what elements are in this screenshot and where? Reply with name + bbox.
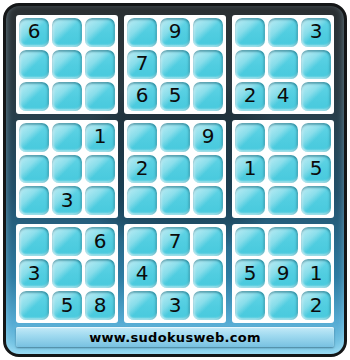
box-1: 6 bbox=[16, 15, 118, 114]
cell-r8c4[interactable]: 4 bbox=[127, 259, 157, 288]
cell-r4c4[interactable] bbox=[127, 123, 157, 152]
box-6: 15 bbox=[232, 120, 334, 219]
cell-r1c5[interactable]: 9 bbox=[160, 18, 190, 47]
cell-r9c4[interactable] bbox=[127, 291, 157, 320]
sudoku-board-frame: 6976532413921563587435912 www.sudokusweb… bbox=[3, 3, 347, 357]
cell-r2c7[interactable] bbox=[235, 50, 265, 79]
cell-r7c9[interactable] bbox=[301, 227, 331, 256]
cell-r5c5[interactable] bbox=[160, 155, 190, 184]
cell-r2c8[interactable] bbox=[268, 50, 298, 79]
box-5: 92 bbox=[124, 120, 226, 219]
cell-r9c8[interactable] bbox=[268, 291, 298, 320]
given-digit: 4 bbox=[277, 85, 290, 105]
given-digit: 2 bbox=[244, 85, 257, 105]
cell-r5c4[interactable]: 2 bbox=[127, 155, 157, 184]
given-digit: 7 bbox=[169, 231, 182, 251]
given-digit: 3 bbox=[169, 295, 182, 315]
sudoku-page: 6976532413921563587435912 www.sudokusweb… bbox=[0, 0, 350, 360]
cell-r6c9[interactable] bbox=[301, 186, 331, 215]
box-4: 13 bbox=[16, 120, 118, 219]
given-digit: 4 bbox=[136, 263, 149, 283]
cell-r4c6[interactable]: 9 bbox=[193, 123, 223, 152]
box-7: 6358 bbox=[16, 224, 118, 323]
box-2: 9765 bbox=[124, 15, 226, 114]
cell-r7c2[interactable] bbox=[52, 227, 82, 256]
cell-r1c7[interactable] bbox=[235, 18, 265, 47]
cell-r5c3[interactable] bbox=[85, 155, 115, 184]
given-digit: 2 bbox=[136, 158, 149, 178]
cell-r1c9[interactable]: 3 bbox=[301, 18, 331, 47]
cell-r3c6[interactable] bbox=[193, 82, 223, 111]
website-link[interactable]: www.sudokusweb.com bbox=[89, 330, 261, 345]
cell-r4c3[interactable]: 1 bbox=[85, 123, 115, 152]
cell-r8c9[interactable]: 1 bbox=[301, 259, 331, 288]
cell-r9c2[interactable]: 5 bbox=[52, 291, 82, 320]
cell-r7c6[interactable] bbox=[193, 227, 223, 256]
cell-r9c6[interactable] bbox=[193, 291, 223, 320]
given-digit: 3 bbox=[61, 190, 74, 210]
given-digit: 5 bbox=[310, 158, 323, 178]
given-digit: 6 bbox=[136, 85, 149, 105]
cell-r2c9[interactable] bbox=[301, 50, 331, 79]
given-digit: 5 bbox=[169, 85, 182, 105]
cell-r1c4[interactable] bbox=[127, 18, 157, 47]
cell-r7c4[interactable] bbox=[127, 227, 157, 256]
cell-r9c9[interactable]: 2 bbox=[301, 291, 331, 320]
cell-r7c7[interactable] bbox=[235, 227, 265, 256]
given-digit: 1 bbox=[244, 158, 257, 178]
cell-r8c2[interactable] bbox=[52, 259, 82, 288]
cell-r5c2[interactable] bbox=[52, 155, 82, 184]
cell-r7c1[interactable] bbox=[19, 227, 49, 256]
cell-r5c9[interactable]: 5 bbox=[301, 155, 331, 184]
sudoku-board: 6976532413921563587435912 bbox=[16, 15, 334, 323]
box-8: 743 bbox=[124, 224, 226, 323]
cell-r7c3[interactable]: 6 bbox=[85, 227, 115, 256]
cell-r6c4[interactable] bbox=[127, 186, 157, 215]
given-digit: 9 bbox=[202, 126, 215, 146]
given-digit: 6 bbox=[28, 21, 41, 41]
cell-r3c2[interactable] bbox=[52, 82, 82, 111]
cell-r2c1[interactable] bbox=[19, 50, 49, 79]
cell-r9c5[interactable]: 3 bbox=[160, 291, 190, 320]
cell-r5c8[interactable] bbox=[268, 155, 298, 184]
cell-r5c7[interactable]: 1 bbox=[235, 155, 265, 184]
cell-r6c6[interactable] bbox=[193, 186, 223, 215]
box-9: 5912 bbox=[232, 224, 334, 323]
cell-r8c7[interactable]: 5 bbox=[235, 259, 265, 288]
cell-r2c5[interactable] bbox=[160, 50, 190, 79]
cell-r2c4[interactable]: 7 bbox=[127, 50, 157, 79]
cell-r3c1[interactable] bbox=[19, 82, 49, 111]
cell-r4c1[interactable] bbox=[19, 123, 49, 152]
cell-r9c7[interactable] bbox=[235, 291, 265, 320]
cell-r2c3[interactable] bbox=[85, 50, 115, 79]
cell-r6c1[interactable] bbox=[19, 186, 49, 215]
given-digit: 3 bbox=[28, 263, 41, 283]
cell-r3c8[interactable]: 4 bbox=[268, 82, 298, 111]
cell-r8c6[interactable] bbox=[193, 259, 223, 288]
given-digit: 1 bbox=[94, 126, 107, 146]
given-digit: 7 bbox=[136, 53, 149, 73]
cell-r2c6[interactable] bbox=[193, 50, 223, 79]
cell-r6c8[interactable] bbox=[268, 186, 298, 215]
cell-r6c2[interactable]: 3 bbox=[52, 186, 82, 215]
given-digit: 9 bbox=[169, 21, 182, 41]
cell-r9c1[interactable] bbox=[19, 291, 49, 320]
cell-r9c3[interactable]: 8 bbox=[85, 291, 115, 320]
cell-r5c1[interactable] bbox=[19, 155, 49, 184]
given-digit: 2 bbox=[310, 295, 323, 315]
cell-r4c2[interactable] bbox=[52, 123, 82, 152]
cell-r2c2[interactable] bbox=[52, 50, 82, 79]
footer-band: www.sudokusweb.com bbox=[16, 327, 334, 347]
given-digit: 1 bbox=[310, 263, 323, 283]
cell-r6c5[interactable] bbox=[160, 186, 190, 215]
cell-r4c5[interactable] bbox=[160, 123, 190, 152]
cell-r3c9[interactable] bbox=[301, 82, 331, 111]
cell-r8c5[interactable] bbox=[160, 259, 190, 288]
cell-r3c4[interactable]: 6 bbox=[127, 82, 157, 111]
given-digit: 6 bbox=[94, 231, 107, 251]
cell-r8c3[interactable] bbox=[85, 259, 115, 288]
cell-r4c8[interactable] bbox=[268, 123, 298, 152]
cell-r1c8[interactable] bbox=[268, 18, 298, 47]
cell-r3c5[interactable]: 5 bbox=[160, 82, 190, 111]
cell-r8c1[interactable]: 3 bbox=[19, 259, 49, 288]
cell-r1c3[interactable] bbox=[85, 18, 115, 47]
given-digit: 9 bbox=[277, 263, 290, 283]
given-digit: 8 bbox=[94, 295, 107, 315]
cell-r1c6[interactable] bbox=[193, 18, 223, 47]
cell-r7c8[interactable] bbox=[268, 227, 298, 256]
cell-r1c1[interactable]: 6 bbox=[19, 18, 49, 47]
cell-r4c9[interactable] bbox=[301, 123, 331, 152]
cell-r3c7[interactable]: 2 bbox=[235, 82, 265, 111]
box-3: 324 bbox=[232, 15, 334, 114]
given-digit: 3 bbox=[310, 21, 323, 41]
given-digit: 5 bbox=[61, 295, 74, 315]
cell-r5c6[interactable] bbox=[193, 155, 223, 184]
cell-r8c8[interactable]: 9 bbox=[268, 259, 298, 288]
cell-r3c3[interactable] bbox=[85, 82, 115, 111]
cell-r4c7[interactable] bbox=[235, 123, 265, 152]
cell-r6c3[interactable] bbox=[85, 186, 115, 215]
cell-r6c7[interactable] bbox=[235, 186, 265, 215]
cell-r7c5[interactable]: 7 bbox=[160, 227, 190, 256]
given-digit: 5 bbox=[244, 263, 257, 283]
cell-r1c2[interactable] bbox=[52, 18, 82, 47]
